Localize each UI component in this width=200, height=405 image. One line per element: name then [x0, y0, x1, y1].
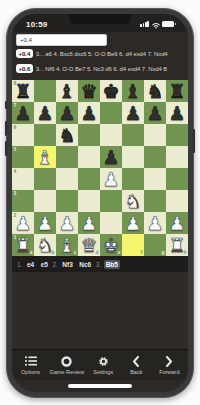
back-icon	[132, 356, 140, 367]
square-h6[interactable]	[166, 124, 188, 146]
file-label: c	[74, 250, 77, 255]
rank-label: 3	[14, 191, 17, 196]
file-label: g	[161, 250, 164, 255]
forward-icon	[165, 356, 173, 367]
file-label: f	[141, 250, 143, 255]
toolbar-options-button[interactable]: Options	[17, 356, 45, 375]
settings-icon	[98, 356, 109, 367]
square-g5[interactable]	[144, 146, 166, 168]
square-e4[interactable]: ♟	[100, 168, 122, 190]
square-f6[interactable]	[122, 124, 144, 146]
square-c6[interactable]: ♞	[56, 124, 78, 146]
white-pawn-piece: ♟	[124, 212, 141, 234]
bottom-toolbar: OptionsGame ReviewSettingsBackForward	[12, 349, 188, 380]
toolbar-label: Settings	[93, 369, 113, 375]
options-icon	[25, 356, 37, 367]
move-number: 3.	[96, 261, 101, 268]
white-knight-piece: ♞	[124, 190, 141, 212]
square-d5[interactable]	[78, 146, 100, 168]
black-king-piece: ♚	[102, 80, 119, 102]
toolbar-label: Game Review	[50, 369, 85, 375]
square-f3[interactable]: ♞	[122, 190, 144, 212]
toolbar-label: Options	[21, 369, 40, 375]
clock: 10:59	[26, 20, 47, 29]
square-b8[interactable]	[34, 80, 56, 102]
square-c2[interactable]: ♟	[56, 212, 78, 234]
square-a3[interactable]: 3	[12, 190, 34, 212]
phone-frame: 10:59 +0,4 +0.4 3... a	[6, 8, 194, 398]
battery-icon	[162, 21, 174, 27]
app-screen: 10:59 +0,4 +0.4 3... a	[12, 14, 188, 392]
rank-label: 6	[14, 125, 17, 130]
square-c1[interactable]: ♝c	[56, 234, 78, 256]
square-b2[interactable]: ♟	[34, 212, 56, 234]
square-c8[interactable]: ♝	[56, 80, 78, 102]
square-b6[interactable]	[34, 124, 56, 146]
black-queen-piece: ♛	[80, 80, 97, 102]
black-pawn-piece: ♟	[124, 102, 141, 124]
black-pawn-piece: ♟	[146, 102, 163, 124]
square-f4[interactable]	[122, 168, 144, 190]
engine-line-1[interactable]: +0.4 3... a6 4. Bxc6 dxc6 5. O-O Be6 6. …	[12, 46, 188, 61]
rank-label: 1	[14, 235, 17, 240]
square-b7[interactable]: ♟	[34, 102, 56, 124]
black-bishop-piece: ♝	[58, 80, 75, 102]
file-label: h	[183, 250, 186, 255]
signal-icon	[140, 21, 149, 27]
black-rook-piece: ♜	[14, 80, 31, 102]
square-e6[interactable]	[100, 124, 122, 146]
rank-label: 4	[14, 169, 17, 174]
square-c4[interactable]	[56, 168, 78, 190]
square-d6[interactable]	[78, 124, 100, 146]
move-e4[interactable]: e4	[25, 260, 36, 269]
square-e2[interactable]	[100, 212, 122, 234]
white-pawn-piece: ♟	[168, 212, 185, 234]
engine-line-moves: 3... a6 4. Bxc6 dxc6 5. O-O Be6 6. d4 ex…	[36, 51, 168, 57]
square-a2[interactable]: ♟2	[12, 212, 34, 234]
square-c3[interactable]	[56, 190, 78, 212]
square-f1[interactable]: f	[122, 234, 144, 256]
square-g8[interactable]: ♞	[144, 80, 166, 102]
white-bishop-piece: ♝	[36, 146, 53, 168]
square-b1[interactable]: ♞b	[34, 234, 56, 256]
status-bar: 10:59	[12, 14, 188, 32]
square-b4[interactable]	[34, 168, 56, 190]
volume-up-button	[5, 121, 7, 136]
file-label: b	[51, 250, 54, 255]
black-bishop-piece: ♝	[124, 80, 141, 102]
app-background	[12, 272, 188, 349]
square-h2[interactable]: ♟	[166, 212, 188, 234]
notch	[69, 14, 131, 24]
toolbar-settings-button[interactable]: Settings	[89, 356, 117, 375]
square-d2[interactable]: ♟	[78, 212, 100, 234]
square-f7[interactable]: ♟	[122, 102, 144, 124]
rank-label: 8	[14, 81, 17, 86]
square-f2[interactable]: ♟	[122, 212, 144, 234]
square-a5[interactable]: 5	[12, 146, 34, 168]
square-h4[interactable]	[166, 168, 188, 190]
square-h5[interactable]	[166, 146, 188, 168]
square-a8[interactable]: ♜8	[12, 80, 34, 102]
file-label: e	[118, 250, 121, 255]
black-pawn-piece: ♟	[14, 102, 31, 124]
square-g7[interactable]: ♟	[144, 102, 166, 124]
black-pawn-piece: ♟	[58, 102, 75, 124]
white-pawn-piece: ♟	[36, 212, 53, 234]
square-e8[interactable]: ♚	[100, 80, 122, 102]
file-label: d	[95, 250, 98, 255]
square-b5[interactable]: ♝	[34, 146, 56, 168]
white-pawn-piece: ♟	[58, 212, 75, 234]
wifi-icon	[152, 15, 160, 33]
square-a7[interactable]: ♟7	[12, 102, 34, 124]
toolbar-back-button[interactable]: Back	[122, 356, 150, 375]
black-pawn-piece: ♟	[168, 102, 185, 124]
game-review-icon	[61, 356, 72, 367]
square-d4[interactable]	[78, 168, 100, 190]
square-f5[interactable]	[122, 146, 144, 168]
square-a1[interactable]: ♜1a	[12, 234, 34, 256]
chess-board: ♜8♝♛♚♝♞♜♟7♟♟♟♟♟♟6♞5♝♟4♟3♞♟2♟♟♟♟♟♟♜1a♞b♝c…	[12, 80, 188, 256]
square-g6[interactable]	[144, 124, 166, 146]
rank-label: 2	[14, 213, 17, 218]
engine-line-2[interactable]: +0.6 3... Nf6 4. O-O Be7 5. Nc3 d6 6. d4…	[12, 61, 188, 76]
square-g4[interactable]	[144, 168, 166, 190]
home-indicator	[68, 384, 132, 388]
square-g3[interactable]	[144, 190, 166, 212]
square-d8[interactable]: ♛	[78, 80, 100, 102]
square-h7[interactable]: ♟	[166, 102, 188, 124]
square-e5[interactable]: ♟	[100, 146, 122, 168]
square-c7[interactable]: ♟	[56, 102, 78, 124]
square-d3[interactable]	[78, 190, 100, 212]
home-indicator-area	[12, 380, 188, 392]
square-e3[interactable]	[100, 190, 122, 212]
move-Nc6[interactable]: Nc6	[77, 260, 93, 269]
black-pawn-piece: ♟	[80, 102, 97, 124]
move-number: 2.	[52, 261, 57, 268]
square-g2[interactable]: ♟	[144, 212, 166, 234]
toolbar-game-review-button[interactable]: Game Review	[50, 356, 85, 375]
toolbar-label: Forward	[159, 369, 179, 375]
eval-badge: +0.4	[16, 49, 33, 58]
white-pawn-piece: ♟	[14, 212, 31, 234]
square-h3[interactable]	[166, 190, 188, 212]
move-Bb5-selected[interactable]: Bb5	[104, 260, 120, 269]
mute-switch	[5, 101, 7, 109]
square-e1[interactable]: ♚e	[100, 234, 122, 256]
black-knight-piece: ♞	[146, 80, 163, 102]
move-Nf3[interactable]: Nf3	[60, 260, 74, 269]
black-pawn-piece: ♟	[36, 102, 53, 124]
square-e7[interactable]	[100, 102, 122, 124]
black-knight-piece: ♞	[58, 124, 75, 146]
eval-input[interactable]: +0,4	[16, 34, 107, 46]
engine-line-moves: 3... Nf6 4. O-O Be7 5. Nc3 d6 6. d4 exd4…	[36, 66, 167, 72]
move-e5[interactable]: e5	[39, 260, 50, 269]
volume-down-button	[5, 141, 7, 156]
square-h1[interactable]: ♜h	[166, 234, 188, 256]
white-pawn-piece: ♟	[102, 168, 119, 190]
square-f8[interactable]: ♝	[122, 80, 144, 102]
black-pawn-piece: ♟	[102, 146, 119, 168]
toolbar-label: Back	[130, 369, 142, 375]
square-d1[interactable]: ♛d	[78, 234, 100, 256]
move-list: 1.e4e52.Nf3Nc63.Bb5	[12, 256, 188, 272]
square-g1[interactable]: g	[144, 234, 166, 256]
toolbar-forward-button[interactable]: Forward	[155, 356, 183, 375]
square-h8[interactable]: ♜	[166, 80, 188, 102]
square-d7[interactable]: ♟	[78, 102, 100, 124]
square-a6[interactable]: 6	[12, 124, 34, 146]
square-a4[interactable]: 4	[12, 168, 34, 190]
move-number: 1.	[17, 261, 22, 268]
square-b3[interactable]	[34, 190, 56, 212]
eval-badge: +0.6	[16, 64, 33, 73]
black-rook-piece: ♜	[168, 80, 185, 102]
white-pawn-piece: ♟	[80, 212, 97, 234]
white-pawn-piece: ♟	[146, 212, 163, 234]
power-button	[193, 129, 195, 153]
rank-label: 5	[14, 147, 17, 152]
square-c5[interactable]	[56, 146, 78, 168]
rank-label: 7	[14, 103, 17, 108]
file-label: a	[30, 250, 33, 255]
